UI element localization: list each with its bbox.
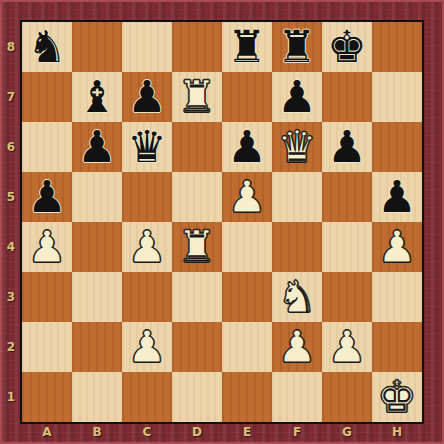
white-knight[interactable]: ♞ [272,272,322,322]
square-f4[interactable] [272,222,322,272]
square-h8[interactable] [372,22,422,72]
square-c4[interactable]: ♟ [122,222,172,272]
file-label-f: F [272,422,322,442]
square-b2[interactable] [72,322,122,372]
square-c5[interactable] [122,172,172,222]
square-d1[interactable] [172,372,222,422]
square-f1[interactable] [272,372,322,422]
square-c1[interactable] [122,372,172,422]
black-queen[interactable]: ♛ [122,122,172,172]
black-pawn[interactable]: ♟ [222,122,272,172]
square-f8[interactable]: ♜ [272,22,322,72]
rank-label-7: 7 [2,72,20,122]
square-c2[interactable]: ♟ [122,322,172,372]
square-d4[interactable]: ♜ [172,222,222,272]
square-e4[interactable] [222,222,272,272]
black-bishop[interactable]: ♝ [72,72,122,122]
black-pawn[interactable]: ♟ [22,172,72,222]
square-c7[interactable]: ♟ [122,72,172,122]
rank-label-1: 1 [2,372,20,422]
square-a5[interactable]: ♟ [22,172,72,222]
square-d3[interactable] [172,272,222,322]
square-h4[interactable]: ♟ [372,222,422,272]
square-a6[interactable] [22,122,72,172]
white-pawn[interactable]: ♟ [272,322,322,372]
square-e1[interactable] [222,372,272,422]
white-rook[interactable]: ♜ [172,222,222,272]
square-h7[interactable] [372,72,422,122]
square-f5[interactable] [272,172,322,222]
white-pawn[interactable]: ♟ [322,322,372,372]
white-pawn[interactable]: ♟ [22,222,72,272]
square-e2[interactable] [222,322,272,372]
square-b6[interactable]: ♟ [72,122,122,172]
file-label-g: G [322,422,372,442]
black-king[interactable]: ♚ [322,22,372,72]
black-pawn[interactable]: ♟ [272,72,322,122]
square-h3[interactable] [372,272,422,322]
file-label-b: B [72,422,122,442]
rank-label-6: 6 [2,122,20,172]
white-pawn[interactable]: ♟ [222,172,272,222]
black-rook[interactable]: ♜ [222,22,272,72]
black-pawn[interactable]: ♟ [372,172,422,222]
black-pawn[interactable]: ♟ [122,72,172,122]
white-pawn[interactable]: ♟ [372,222,422,272]
square-b7[interactable]: ♝ [72,72,122,122]
file-label-a: A [22,422,72,442]
rank-label-5: 5 [2,172,20,222]
square-h5[interactable]: ♟ [372,172,422,222]
square-g8[interactable]: ♚ [322,22,372,72]
file-label-e: E [222,422,272,442]
square-c6[interactable]: ♛ [122,122,172,172]
white-pawn[interactable]: ♟ [122,322,172,372]
square-d6[interactable] [172,122,222,172]
square-a8[interactable]: ♞ [22,22,72,72]
square-g5[interactable] [322,172,372,222]
white-pawn[interactable]: ♟ [122,222,172,272]
square-e7[interactable] [222,72,272,122]
square-a7[interactable] [22,72,72,122]
square-d8[interactable] [172,22,222,72]
square-d7[interactable]: ♜ [172,72,222,122]
square-e8[interactable]: ♜ [222,22,272,72]
rank-label-8: 8 [2,22,20,72]
square-a4[interactable]: ♟ [22,222,72,272]
square-g2[interactable]: ♟ [322,322,372,372]
chess-board: ♞♜♜♚♝♟♜♟♟♛♟♛♟♟♟♟♟♟♜♟♞♟♟♟♚ [20,20,424,424]
square-f3[interactable]: ♞ [272,272,322,322]
square-h1[interactable]: ♚ [372,372,422,422]
square-b8[interactable] [72,22,122,72]
square-a2[interactable] [22,322,72,372]
square-g6[interactable]: ♟ [322,122,372,172]
rank-label-3: 3 [2,272,20,322]
square-b4[interactable] [72,222,122,272]
square-f2[interactable]: ♟ [272,322,322,372]
square-a1[interactable] [22,372,72,422]
black-pawn[interactable]: ♟ [322,122,372,172]
rank-label-2: 2 [2,322,20,372]
square-b3[interactable] [72,272,122,322]
black-pawn[interactable]: ♟ [72,122,122,172]
white-queen[interactable]: ♛ [272,122,322,172]
black-knight[interactable]: ♞ [22,22,72,72]
square-b5[interactable] [72,172,122,222]
square-a3[interactable] [22,272,72,322]
square-e6[interactable]: ♟ [222,122,272,172]
square-g4[interactable] [322,222,372,272]
square-g1[interactable] [322,372,372,422]
square-c3[interactable] [122,272,172,322]
square-f7[interactable]: ♟ [272,72,322,122]
file-label-c: C [122,422,172,442]
black-rook[interactable]: ♜ [272,22,322,72]
file-label-d: D [172,422,222,442]
square-f6[interactable]: ♛ [272,122,322,172]
square-h2[interactable] [372,322,422,372]
square-d2[interactable] [172,322,222,372]
square-b1[interactable] [72,372,122,422]
square-h6[interactable] [372,122,422,172]
square-e3[interactable] [222,272,272,322]
file-label-h: H [372,422,422,442]
square-d5[interactable] [172,172,222,222]
square-g7[interactable] [322,72,372,122]
white-rook[interactable]: ♜ [172,72,222,122]
chess-board-frame: 87654321 ABCDEFGH ♞♜♜♚♝♟♜♟♟♛♟♛♟♟♟♟♟♟♜♟♞♟… [0,0,444,444]
square-g3[interactable] [322,272,372,322]
rank-label-4: 4 [2,222,20,272]
white-king[interactable]: ♚ [372,372,422,422]
square-e5[interactable]: ♟ [222,172,272,222]
square-c8[interactable] [122,22,172,72]
